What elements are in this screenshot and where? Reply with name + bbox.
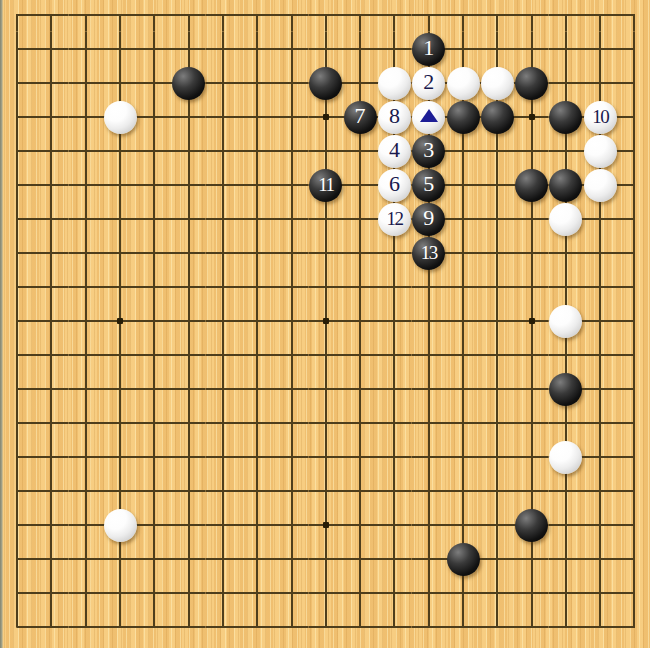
intersection[interactable] — [617, 134, 650, 168]
intersection[interactable] — [240, 542, 274, 576]
intersection[interactable] — [617, 100, 650, 134]
intersection[interactable] — [103, 168, 137, 202]
intersection[interactable] — [137, 338, 171, 372]
intersection[interactable] — [0, 270, 34, 304]
intersection[interactable] — [171, 134, 205, 168]
intersection[interactable] — [343, 338, 377, 372]
intersection[interactable] — [514, 168, 548, 202]
intersection[interactable] — [274, 406, 308, 440]
intersection[interactable] — [69, 542, 103, 576]
intersection[interactable] — [34, 338, 68, 372]
intersection[interactable] — [343, 134, 377, 168]
intersection[interactable] — [514, 406, 548, 440]
intersection[interactable] — [549, 474, 583, 508]
intersection[interactable] — [69, 66, 103, 100]
intersection[interactable] — [103, 610, 137, 644]
intersection[interactable] — [343, 236, 377, 270]
intersection[interactable] — [137, 440, 171, 474]
intersection[interactable] — [206, 236, 240, 270]
intersection[interactable] — [103, 338, 137, 372]
intersection[interactable]: 2 — [412, 66, 446, 100]
intersection[interactable]: 13 — [412, 236, 446, 270]
intersection[interactable] — [549, 100, 583, 134]
intersection[interactable] — [446, 66, 480, 100]
intersection[interactable] — [412, 542, 446, 576]
intersection[interactable] — [309, 474, 343, 508]
intersection[interactable] — [240, 168, 274, 202]
intersection[interactable] — [171, 372, 205, 406]
intersection[interactable] — [0, 236, 34, 270]
intersection[interactable] — [549, 304, 583, 338]
intersection[interactable] — [617, 372, 650, 406]
intersection[interactable] — [103, 474, 137, 508]
intersection[interactable] — [274, 0, 308, 32]
intersection[interactable] — [412, 610, 446, 644]
intersection[interactable] — [412, 440, 446, 474]
intersection[interactable] — [309, 576, 343, 610]
intersection[interactable] — [412, 406, 446, 440]
intersection[interactable] — [583, 236, 617, 270]
intersection[interactable] — [206, 576, 240, 610]
intersection[interactable] — [0, 338, 34, 372]
intersection[interactable] — [343, 66, 377, 100]
intersection[interactable] — [514, 32, 548, 66]
intersection[interactable] — [34, 100, 68, 134]
intersection[interactable] — [412, 304, 446, 338]
intersection[interactable] — [309, 32, 343, 66]
intersection[interactable] — [412, 508, 446, 542]
intersection[interactable] — [446, 508, 480, 542]
intersection[interactable]: 8 — [377, 100, 411, 134]
intersection[interactable] — [480, 270, 514, 304]
intersection[interactable] — [377, 474, 411, 508]
intersection[interactable] — [617, 508, 650, 542]
intersection[interactable] — [343, 406, 377, 440]
intersection[interactable] — [309, 440, 343, 474]
intersection[interactable] — [34, 32, 68, 66]
intersection[interactable] — [206, 474, 240, 508]
intersection[interactable] — [514, 100, 548, 134]
intersection[interactable] — [514, 134, 548, 168]
intersection[interactable] — [206, 100, 240, 134]
intersection[interactable] — [377, 236, 411, 270]
intersection[interactable] — [514, 66, 548, 100]
intersection[interactable] — [206, 32, 240, 66]
intersection[interactable] — [103, 576, 137, 610]
intersection[interactable] — [171, 338, 205, 372]
intersection[interactable] — [69, 270, 103, 304]
intersection[interactable] — [0, 32, 34, 66]
intersection[interactable] — [480, 100, 514, 134]
intersection[interactable] — [34, 66, 68, 100]
intersection[interactable] — [480, 576, 514, 610]
intersection[interactable] — [206, 202, 240, 236]
intersection[interactable] — [412, 576, 446, 610]
intersection[interactable] — [0, 508, 34, 542]
intersection[interactable] — [171, 66, 205, 100]
intersection[interactable] — [137, 66, 171, 100]
intersection[interactable] — [34, 474, 68, 508]
intersection[interactable] — [206, 372, 240, 406]
intersection[interactable] — [34, 440, 68, 474]
intersection[interactable] — [206, 0, 240, 32]
intersection[interactable] — [309, 610, 343, 644]
intersection[interactable]: 1 — [412, 32, 446, 66]
intersection[interactable] — [103, 542, 137, 576]
intersection[interactable] — [583, 440, 617, 474]
intersection[interactable] — [0, 406, 34, 440]
intersection[interactable] — [446, 236, 480, 270]
intersection[interactable] — [412, 372, 446, 406]
intersection[interactable] — [446, 576, 480, 610]
intersection[interactable] — [377, 508, 411, 542]
intersection[interactable] — [514, 0, 548, 32]
intersection[interactable] — [412, 270, 446, 304]
intersection[interactable] — [583, 270, 617, 304]
intersection[interactable] — [103, 202, 137, 236]
intersection[interactable] — [34, 304, 68, 338]
intersection[interactable] — [549, 440, 583, 474]
intersection[interactable] — [343, 610, 377, 644]
intersection[interactable] — [240, 236, 274, 270]
intersection[interactable] — [137, 168, 171, 202]
intersection[interactable]: 9 — [412, 202, 446, 236]
intersection[interactable] — [549, 270, 583, 304]
intersection[interactable] — [69, 100, 103, 134]
intersection[interactable] — [309, 0, 343, 32]
intersection[interactable] — [69, 134, 103, 168]
intersection[interactable] — [617, 0, 650, 32]
intersection[interactable] — [309, 236, 343, 270]
intersection[interactable] — [206, 440, 240, 474]
intersection[interactable] — [206, 134, 240, 168]
intersection[interactable] — [343, 372, 377, 406]
intersection[interactable] — [617, 474, 650, 508]
intersection[interactable] — [0, 0, 34, 32]
intersection[interactable] — [549, 66, 583, 100]
intersection[interactable] — [34, 0, 68, 32]
intersection[interactable] — [446, 0, 480, 32]
intersection[interactable] — [34, 202, 68, 236]
intersection[interactable] — [583, 610, 617, 644]
intersection[interactable] — [240, 406, 274, 440]
intersection[interactable] — [69, 610, 103, 644]
intersection[interactable] — [240, 202, 274, 236]
intersection[interactable] — [377, 440, 411, 474]
intersection[interactable] — [103, 440, 137, 474]
intersection[interactable] — [309, 66, 343, 100]
intersection[interactable] — [343, 474, 377, 508]
intersection[interactable] — [549, 372, 583, 406]
intersection[interactable] — [446, 304, 480, 338]
intersection[interactable] — [103, 32, 137, 66]
intersection[interactable] — [446, 372, 480, 406]
intersection[interactable] — [171, 32, 205, 66]
intersection[interactable] — [206, 542, 240, 576]
intersection[interactable] — [240, 474, 274, 508]
intersection[interactable] — [206, 168, 240, 202]
intersection[interactable] — [343, 270, 377, 304]
intersection[interactable] — [617, 32, 650, 66]
intersection[interactable] — [549, 508, 583, 542]
intersection[interactable] — [617, 440, 650, 474]
intersection[interactable] — [412, 474, 446, 508]
intersection[interactable] — [0, 168, 34, 202]
intersection[interactable] — [309, 202, 343, 236]
intersection[interactable] — [583, 32, 617, 66]
intersection[interactable] — [137, 134, 171, 168]
intersection[interactable] — [137, 610, 171, 644]
intersection[interactable] — [137, 0, 171, 32]
intersection[interactable] — [206, 270, 240, 304]
intersection[interactable] — [446, 32, 480, 66]
intersection[interactable]: 5 — [412, 168, 446, 202]
intersection[interactable] — [206, 406, 240, 440]
intersection[interactable] — [480, 372, 514, 406]
intersection[interactable] — [583, 508, 617, 542]
intersection[interactable] — [514, 270, 548, 304]
intersection[interactable]: 6 — [377, 168, 411, 202]
intersection[interactable] — [446, 270, 480, 304]
intersection[interactable] — [480, 304, 514, 338]
intersection[interactable] — [103, 100, 137, 134]
intersection[interactable] — [583, 474, 617, 508]
intersection[interactable] — [34, 168, 68, 202]
intersection[interactable] — [206, 508, 240, 542]
intersection[interactable] — [309, 372, 343, 406]
intersection[interactable] — [171, 270, 205, 304]
intersection[interactable] — [514, 202, 548, 236]
intersection[interactable] — [171, 168, 205, 202]
intersection[interactable] — [617, 66, 650, 100]
intersection[interactable] — [583, 66, 617, 100]
intersection[interactable] — [69, 474, 103, 508]
intersection[interactable] — [480, 474, 514, 508]
intersection[interactable] — [0, 134, 34, 168]
intersection[interactable] — [549, 202, 583, 236]
intersection[interactable] — [583, 406, 617, 440]
intersection[interactable] — [103, 406, 137, 440]
intersection[interactable] — [343, 168, 377, 202]
intersection[interactable] — [343, 576, 377, 610]
intersection[interactable] — [514, 508, 548, 542]
intersection[interactable] — [171, 576, 205, 610]
intersection[interactable] — [240, 304, 274, 338]
intersection[interactable] — [240, 372, 274, 406]
intersection[interactable] — [446, 610, 480, 644]
intersection[interactable] — [0, 202, 34, 236]
intersection[interactable] — [274, 474, 308, 508]
intersection[interactable] — [377, 32, 411, 66]
intersection[interactable] — [514, 576, 548, 610]
intersection[interactable] — [446, 168, 480, 202]
intersection[interactable] — [549, 32, 583, 66]
intersection[interactable] — [343, 508, 377, 542]
intersection[interactable] — [103, 0, 137, 32]
intersection[interactable] — [171, 508, 205, 542]
intersection[interactable] — [69, 32, 103, 66]
intersection[interactable] — [103, 508, 137, 542]
intersection[interactable] — [274, 100, 308, 134]
intersection[interactable] — [480, 168, 514, 202]
intersection[interactable] — [377, 0, 411, 32]
intersection[interactable] — [0, 440, 34, 474]
intersection[interactable] — [309, 338, 343, 372]
intersection[interactable] — [446, 440, 480, 474]
intersection[interactable] — [240, 440, 274, 474]
intersection[interactable] — [514, 304, 548, 338]
intersection[interactable] — [137, 542, 171, 576]
intersection[interactable] — [549, 168, 583, 202]
intersection[interactable] — [240, 270, 274, 304]
intersection[interactable] — [583, 542, 617, 576]
intersection[interactable] — [274, 168, 308, 202]
intersection[interactable] — [137, 508, 171, 542]
intersection[interactable] — [69, 168, 103, 202]
intersection[interactable] — [137, 304, 171, 338]
intersection[interactable] — [240, 338, 274, 372]
intersection[interactable] — [377, 610, 411, 644]
intersection[interactable] — [103, 134, 137, 168]
intersection[interactable] — [137, 406, 171, 440]
intersection[interactable] — [69, 304, 103, 338]
intersection[interactable] — [343, 0, 377, 32]
intersection[interactable] — [206, 304, 240, 338]
intersection[interactable] — [69, 406, 103, 440]
intersection[interactable] — [309, 304, 343, 338]
intersection[interactable] — [171, 304, 205, 338]
intersection[interactable] — [274, 610, 308, 644]
intersection[interactable] — [309, 270, 343, 304]
intersection[interactable] — [206, 66, 240, 100]
intersection[interactable] — [69, 508, 103, 542]
intersection[interactable] — [583, 168, 617, 202]
intersection[interactable] — [103, 236, 137, 270]
intersection[interactable] — [617, 270, 650, 304]
intersection[interactable] — [514, 372, 548, 406]
intersection[interactable] — [377, 66, 411, 100]
intersection[interactable] — [309, 542, 343, 576]
intersection[interactable] — [514, 440, 548, 474]
intersection[interactable] — [549, 406, 583, 440]
intersection[interactable]: 11 — [309, 168, 343, 202]
intersection[interactable] — [412, 0, 446, 32]
intersection[interactable] — [171, 440, 205, 474]
intersection[interactable] — [480, 610, 514, 644]
intersection[interactable] — [274, 202, 308, 236]
intersection[interactable] — [480, 134, 514, 168]
intersection[interactable] — [137, 270, 171, 304]
intersection[interactable] — [480, 202, 514, 236]
intersection[interactable] — [0, 372, 34, 406]
intersection[interactable] — [274, 576, 308, 610]
intersection[interactable]: 3 — [412, 134, 446, 168]
intersection[interactable] — [343, 440, 377, 474]
intersection[interactable] — [69, 440, 103, 474]
intersection[interactable] — [617, 304, 650, 338]
intersection[interactable] — [240, 100, 274, 134]
intersection[interactable] — [34, 610, 68, 644]
intersection[interactable] — [34, 406, 68, 440]
intersection[interactable] — [137, 576, 171, 610]
intersection[interactable] — [617, 576, 650, 610]
intersection[interactable] — [274, 236, 308, 270]
intersection[interactable] — [274, 440, 308, 474]
intersection[interactable] — [274, 304, 308, 338]
intersection[interactable] — [240, 66, 274, 100]
intersection[interactable] — [34, 372, 68, 406]
intersection[interactable] — [549, 576, 583, 610]
intersection[interactable] — [583, 304, 617, 338]
intersection[interactable] — [377, 304, 411, 338]
intersection[interactable] — [617, 202, 650, 236]
intersection[interactable] — [171, 100, 205, 134]
intersection[interactable] — [514, 338, 548, 372]
intersection[interactable] — [309, 406, 343, 440]
intersection[interactable] — [412, 338, 446, 372]
intersection[interactable] — [343, 202, 377, 236]
intersection[interactable] — [34, 576, 68, 610]
intersection[interactable] — [206, 610, 240, 644]
intersection[interactable] — [549, 236, 583, 270]
intersection[interactable] — [446, 406, 480, 440]
intersection[interactable] — [274, 542, 308, 576]
intersection[interactable] — [171, 406, 205, 440]
intersection[interactable] — [34, 270, 68, 304]
intersection[interactable] — [34, 508, 68, 542]
intersection[interactable]: 7 — [343, 100, 377, 134]
intersection[interactable] — [480, 542, 514, 576]
intersection[interactable] — [69, 576, 103, 610]
intersection[interactable] — [103, 270, 137, 304]
intersection[interactable] — [480, 0, 514, 32]
intersection[interactable]: 4 — [377, 134, 411, 168]
intersection[interactable] — [171, 610, 205, 644]
intersection[interactable] — [103, 372, 137, 406]
intersection[interactable] — [583, 202, 617, 236]
intersection[interactable] — [583, 338, 617, 372]
intersection[interactable] — [240, 508, 274, 542]
intersection[interactable] — [343, 542, 377, 576]
intersection[interactable] — [549, 610, 583, 644]
intersection[interactable] — [171, 474, 205, 508]
intersection[interactable] — [309, 100, 343, 134]
intersection[interactable]: 12 — [377, 202, 411, 236]
intersection[interactable] — [171, 202, 205, 236]
intersection[interactable] — [274, 134, 308, 168]
intersection[interactable] — [617, 542, 650, 576]
intersection[interactable] — [377, 270, 411, 304]
intersection[interactable] — [240, 32, 274, 66]
intersection[interactable] — [446, 542, 480, 576]
intersection[interactable] — [583, 134, 617, 168]
intersection[interactable] — [446, 134, 480, 168]
intersection[interactable] — [446, 338, 480, 372]
intersection[interactable] — [309, 508, 343, 542]
intersection[interactable] — [34, 134, 68, 168]
intersection[interactable] — [617, 406, 650, 440]
intersection[interactable] — [480, 66, 514, 100]
intersection[interactable] — [171, 236, 205, 270]
intersection[interactable] — [514, 236, 548, 270]
intersection[interactable] — [309, 134, 343, 168]
intersection[interactable] — [377, 372, 411, 406]
intersection[interactable] — [0, 474, 34, 508]
intersection[interactable] — [343, 32, 377, 66]
intersection[interactable] — [583, 372, 617, 406]
intersection[interactable] — [274, 338, 308, 372]
intersection[interactable] — [137, 202, 171, 236]
